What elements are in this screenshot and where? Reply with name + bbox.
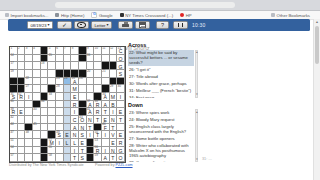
grid-cell[interactable]: 41A (87, 108, 95, 116)
scroll-down-icon[interactable]: ▼ (196, 93, 198, 96)
grid-cell[interactable] (94, 78, 102, 86)
grid-cell[interactable]: 13C (117, 47, 125, 55)
cell-number: 20 (87, 70, 90, 73)
cell-number: 24 (64, 77, 67, 80)
across-header: Across (128, 42, 198, 48)
grid-cell[interactable]: 8 (71, 47, 79, 55)
grid-cell[interactable] (71, 62, 79, 70)
grid-cell[interactable]: R (71, 101, 79, 109)
black-cell (110, 62, 118, 70)
grid-cell[interactable]: N (110, 116, 118, 124)
grid-cell[interactable]: 3 (25, 47, 33, 55)
cell-number: 1 (10, 47, 12, 50)
grid-cell[interactable]: E (79, 139, 87, 147)
clue-item[interactable]: 22: What might be said by successful bet… (128, 50, 194, 66)
grid-cell[interactable] (87, 85, 95, 93)
grid-cell[interactable] (94, 55, 102, 63)
black-cell (41, 139, 49, 147)
crossword-grid: 12345678910111213C141516O1718G192021S222… (9, 46, 126, 163)
grid-cell[interactable] (33, 93, 41, 101)
cell-number: 55 (49, 146, 52, 149)
grid-cell[interactable]: 59 (94, 154, 102, 162)
grid-cell[interactable]: I (71, 108, 79, 116)
grid-cell[interactable] (102, 78, 110, 86)
grid-cell[interactable]: E (18, 108, 26, 116)
grid-cell[interactable] (33, 70, 41, 78)
grid-cell[interactable]: R (117, 139, 125, 147)
clipped-clue-text: 31: … (202, 157, 308, 161)
help-button[interactable]: ? (156, 21, 169, 30)
grid-cell[interactable]: T (79, 147, 87, 155)
grid-cell[interactable] (56, 108, 64, 116)
cell-number: 33 (49, 93, 52, 96)
grid-cell[interactable] (64, 55, 72, 63)
cell-number: 3 (26, 47, 28, 50)
grid-cell[interactable] (64, 93, 72, 101)
grid-cell[interactable]: 38R (94, 101, 102, 109)
black-cell (87, 154, 95, 162)
powered-by-label: Powered by (95, 163, 116, 167)
grid-cell[interactable]: I (71, 147, 79, 155)
grid-cell[interactable] (56, 101, 64, 109)
reveal-button[interactable] (74, 21, 89, 30)
grid-cell[interactable]: S (79, 131, 87, 139)
grid-cell[interactable] (117, 101, 125, 109)
scroll-up-icon[interactable]: ▲ (196, 111, 198, 114)
clue-item[interactable]: 31: Meilleur ___ (French "bestie") (128, 88, 194, 94)
grid-cell[interactable]: A (102, 101, 110, 109)
grid-cell[interactable] (79, 62, 87, 70)
grid-cell[interactable]: 7 (64, 47, 72, 55)
grid-cell[interactable] (110, 55, 118, 63)
black-cell (41, 154, 49, 162)
grid-cell[interactable]: 16 (87, 55, 95, 63)
down-scrollbar[interactable]: ▲ ▼ (195, 109, 199, 162)
grid-cell[interactable]: E (117, 108, 125, 116)
bookmark-label: HP (186, 13, 192, 18)
grid-cell[interactable]: M (110, 93, 118, 101)
grid-cell[interactable] (18, 139, 26, 147)
grid-cell[interactable]: C (71, 116, 79, 124)
across-scrollbar[interactable]: ▲ ▼ (195, 50, 199, 98)
grid-cell[interactable] (41, 85, 49, 93)
grid-cell[interactable]: N (110, 147, 118, 155)
grid-cell[interactable]: N (79, 124, 87, 132)
cell-number: 11 (102, 47, 105, 50)
black-cell (87, 139, 95, 147)
bookmark-item[interactable]: GGoogle (91, 12, 112, 18)
cell-number: 30 (118, 85, 121, 88)
chevron-down-icon: ▾ (106, 23, 108, 27)
grid-cell[interactable] (18, 70, 26, 78)
cell-number: 12 (110, 47, 113, 50)
cell-number: 54 (10, 146, 13, 149)
red-favicon-icon (180, 13, 184, 17)
grid-cell[interactable]: 2 (18, 47, 26, 55)
page-scrollbar[interactable]: ▲ (313, 19, 320, 180)
grid-cell[interactable]: 24 (64, 78, 72, 86)
grid-cell[interactable]: 12 (110, 47, 118, 55)
grid-cell[interactable]: 20 (87, 70, 95, 78)
cell-number: 2 (18, 47, 20, 50)
black-cell (79, 101, 87, 109)
grid-cell[interactable] (117, 124, 125, 132)
cell-letter: T (71, 155, 78, 162)
grid-cell[interactable] (18, 55, 26, 63)
cell-letter: O (117, 155, 124, 162)
black-cell (79, 55, 87, 63)
across-clue-list[interactable]: ▲ ▼ 22: What might be said by successful… (128, 50, 198, 98)
grid-cell[interactable] (48, 101, 56, 109)
cell-number: 19 (10, 70, 13, 73)
puzzle-toolbar: 08/19/23 ▾ ✓ Letter ▾ ? 10:30 (8, 19, 310, 31)
google-favicon-icon: G (91, 12, 97, 18)
grid-cell[interactable]: 11 (102, 47, 110, 55)
browser-window: { "game": "crossword", "title": { "name"… (0, 0, 320, 180)
grid-cell[interactable]: A (71, 124, 79, 132)
grid-cell[interactable]: T (110, 124, 118, 132)
bookmark-items: Import bookmarks...Http (Home)GGoogleNY … (5, 11, 192, 19)
cell-number: 59 (95, 154, 98, 157)
grid-cell[interactable]: O (117, 154, 125, 162)
grid-cell[interactable] (64, 124, 72, 132)
grid-cell[interactable]: 46F (102, 124, 110, 132)
grid-cell[interactable] (41, 108, 49, 116)
grid-cell[interactable] (18, 131, 26, 139)
grid-cell[interactable]: 49S (56, 131, 64, 139)
bookmark-label: Import bookmarks... (11, 13, 49, 18)
cell-number: 40 (33, 108, 36, 111)
letter-label: Letter (94, 23, 105, 28)
grid-cell[interactable]: 29 (110, 85, 118, 93)
cell-number: 9 (87, 47, 89, 50)
grid-cell[interactable]: R (94, 108, 102, 116)
cell-letter: T (110, 155, 117, 162)
grid-cell[interactable]: 36 (41, 101, 49, 109)
grid-cell[interactable]: S (79, 154, 87, 162)
cell-number: 7 (64, 47, 66, 50)
calendar-button[interactable] (135, 21, 150, 30)
down-header: Down (128, 102, 198, 108)
grid-cell[interactable] (41, 131, 49, 139)
cell-number: 48 (26, 131, 29, 134)
cell-number: 22 (26, 77, 29, 80)
browser-top-bar (0, 0, 320, 11)
grid-cell[interactable] (79, 85, 87, 93)
grid-cell[interactable] (56, 55, 64, 63)
grid-cell[interactable] (33, 55, 41, 63)
grid-cell[interactable]: 28 (56, 85, 64, 93)
clue-item[interactable]: 29: Crayon alternative (128, 159, 194, 162)
cell-number: 14 (10, 54, 13, 57)
cell-number: 45 (33, 123, 36, 126)
bookmark-label: Google (99, 13, 113, 18)
grid-cell[interactable] (41, 70, 49, 78)
grid-cell[interactable]: 57 (10, 154, 18, 162)
grid-cell[interactable] (56, 147, 64, 155)
clue-panels: Across ▲ ▼ 22: What might be said by suc… (128, 42, 198, 162)
grid-cell[interactable] (48, 78, 56, 86)
grid-cell[interactable] (102, 139, 110, 147)
plain-favicon-icon (5, 13, 9, 17)
printer-icon (122, 22, 129, 28)
grid-cell[interactable] (87, 78, 95, 86)
clue-item[interactable]: 28: Writer who collaborated with Malcolm… (128, 142, 194, 158)
grid-cell[interactable]: 30 (117, 85, 125, 93)
grid-cell[interactable]: T (102, 108, 110, 116)
clue-item[interactable]: 27: Some bottle openers (128, 135, 194, 141)
pause-icon (178, 23, 183, 28)
grid-cell[interactable]: 33 (48, 93, 56, 101)
cell-number: 28 (56, 85, 59, 88)
grid-cell[interactable]: E (117, 131, 125, 139)
eye-icon (77, 22, 86, 28)
black-cell (10, 78, 18, 86)
grid-cell[interactable]: 19 (10, 70, 18, 78)
grid-cell[interactable]: 21 (102, 70, 110, 78)
other-bookmarks-button[interactable]: Other Bookmarks (271, 11, 310, 19)
grid-cell[interactable]: B (110, 101, 118, 109)
bookmark-item[interactable]: Import bookmarks... (5, 13, 48, 18)
grid-cell[interactable]: I (110, 108, 118, 116)
cell-number: 53 (95, 139, 98, 142)
grid-cell[interactable] (18, 147, 26, 155)
bookmark-label: Http (Home) (61, 13, 84, 18)
grid-cell[interactable]: 48 (25, 131, 33, 139)
grid-cell[interactable]: G (117, 147, 125, 155)
home-favicon-icon (55, 13, 59, 17)
grid-cell[interactable]: E (64, 131, 72, 139)
grid-cell[interactable]: E (71, 93, 79, 101)
check-icon: ✓ (62, 22, 67, 28)
grid-cell[interactable] (18, 116, 26, 124)
cell-number: 36 (41, 100, 44, 103)
grid-cell[interactable]: I (102, 147, 110, 155)
grid-cell[interactable] (64, 101, 72, 109)
cell-letter: A (102, 155, 109, 162)
grid-cell[interactable]: 32R (18, 93, 26, 101)
grid-cell[interactable]: I (117, 93, 125, 101)
grid-cell[interactable] (25, 139, 33, 147)
grid-cell[interactable] (25, 154, 33, 162)
check-button[interactable]: ✓ (57, 21, 72, 30)
grid-cell[interactable] (64, 85, 72, 93)
grid-cell[interactable]: 34A (102, 93, 110, 101)
grid-cell[interactable] (41, 78, 49, 86)
cell-number: 5 (49, 47, 51, 50)
grid-cell[interactable] (94, 70, 102, 78)
cell-number: 4 (33, 47, 35, 50)
cell-number: 10 (95, 47, 98, 50)
cell-number: 57 (10, 154, 13, 157)
grid-cell[interactable] (18, 124, 26, 132)
grid-cell[interactable] (33, 131, 41, 139)
grid-cell[interactable]: L (64, 139, 72, 147)
bookmark-label: NY Times Crossword (...) (125, 13, 173, 18)
grid-cell[interactable] (25, 116, 33, 124)
bookmark-item[interactable]: Http (Home) (55, 13, 84, 18)
grid-cell[interactable]: I (102, 131, 110, 139)
grid-cell[interactable] (18, 154, 26, 162)
cell-number: 26 (79, 77, 82, 80)
grid-cell[interactable]: 15 (48, 55, 56, 63)
scrollbar-thumb[interactable] (315, 26, 319, 64)
grid-cell[interactable] (94, 85, 102, 93)
cell-number: 27 (26, 85, 29, 88)
grid-cell[interactable]: E (110, 139, 118, 147)
grid-cell[interactable]: 45 (33, 124, 41, 132)
clue-item[interactable]: 23: Where spies work (128, 109, 194, 115)
grid-cell[interactable]: 58 (48, 154, 56, 162)
grid-cell[interactable] (64, 108, 72, 116)
cell-number: 15 (49, 54, 52, 57)
nyt-favicon-icon (120, 13, 124, 17)
black-cell (79, 47, 87, 55)
cell-number: 16 (87, 54, 90, 57)
powered-by-credit: Powered by PZZL.com (95, 163, 133, 167)
grid-cell[interactable]: 4 (33, 47, 41, 55)
grid-cell[interactable]: 25A (71, 78, 79, 86)
grid-cell[interactable] (25, 55, 33, 63)
address-bar[interactable] (55, 2, 235, 9)
pause-button[interactable] (173, 21, 188, 30)
other-bookmarks-label: Other Bookmarks (277, 13, 310, 18)
chevron-down-icon: ▾ (47, 23, 49, 27)
grid-cell[interactable] (33, 139, 41, 147)
grid-cell[interactable]: 10 (94, 47, 102, 55)
grid-cell[interactable] (110, 70, 118, 78)
grid-cell[interactable] (33, 62, 41, 70)
grid-cell[interactable] (71, 55, 79, 63)
grid-cell[interactable]: T (87, 124, 95, 132)
grid-cell[interactable] (48, 124, 56, 132)
grid-cell[interactable]: 6 (56, 47, 64, 55)
grid-cell[interactable] (48, 108, 56, 116)
grid-cell[interactable]: T (71, 154, 79, 162)
grid-cell[interactable]: I (87, 131, 95, 139)
black-cell (18, 78, 26, 86)
grid-cell[interactable]: O (117, 55, 125, 63)
bookmark-item[interactable]: NY Times Crossword (...) (120, 13, 173, 18)
grid-cell[interactable] (18, 62, 26, 70)
grid-cell[interactable]: M (71, 85, 79, 93)
grid-cell[interactable]: V (110, 131, 118, 139)
grid-cell[interactable] (18, 101, 26, 109)
grid-cell[interactable] (33, 78, 41, 86)
cell-letter: S (79, 155, 86, 162)
scroll-down-icon[interactable]: ▼ (196, 158, 198, 161)
grid-cell[interactable] (41, 124, 49, 132)
black-cell (41, 147, 49, 155)
pzzl-link[interactable]: PZZL.com (116, 163, 133, 167)
date-value: 08/19/23 (31, 23, 47, 28)
cell-number: 8 (72, 47, 74, 50)
cell-number: 51 (10, 139, 13, 142)
grid-cell[interactable] (56, 93, 64, 101)
grid-cell[interactable]: T (94, 116, 102, 124)
bookmark-item[interactable]: HP (180, 13, 191, 18)
grid-cell[interactable]: L (71, 139, 79, 147)
grid-cell[interactable] (25, 62, 33, 70)
cell-number: 42 (10, 116, 13, 119)
cell-number: 17 (10, 62, 13, 65)
grid-cell[interactable]: A (102, 154, 110, 162)
grid-cell[interactable]: 27 (25, 85, 33, 93)
cell-number: 21 (102, 70, 105, 73)
scroll-up-icon[interactable]: ▲ (314, 20, 320, 24)
grid-cell[interactable] (56, 116, 64, 124)
grid-cell[interactable] (25, 108, 33, 116)
grid-cell[interactable]: T (117, 116, 125, 124)
question-icon: ? (161, 22, 164, 28)
cell-number: 18 (41, 62, 44, 65)
clue-item[interactable]: 30: Words after grace, perhaps (128, 81, 194, 87)
grid-cell[interactable] (64, 116, 72, 124)
cell-number: 6 (56, 47, 58, 50)
grid-cell[interactable]: S (117, 70, 125, 78)
grid-cell[interactable] (33, 154, 41, 162)
scroll-up-icon[interactable]: ▲ (196, 51, 198, 54)
grid-cell[interactable]: N (71, 131, 79, 139)
cell-number: 23 (56, 77, 59, 80)
grid-cell[interactable]: T (110, 154, 118, 162)
cell-number: 58 (49, 154, 52, 157)
grid-cell[interactable] (25, 147, 33, 155)
grid-cell[interactable] (102, 55, 110, 63)
grid-cell[interactable] (48, 62, 56, 70)
grid-cell[interactable] (64, 147, 72, 155)
letter-select[interactable]: Letter ▾ (91, 21, 112, 30)
clue-item[interactable]: 25: English class largely unconcerned wi… (128, 123, 194, 134)
grid-cell[interactable]: 40 (33, 108, 41, 116)
grid-cell[interactable]: 18 (41, 62, 49, 70)
down-clue-list[interactable]: ▲ ▼ 23: Where spies work24: Bloody Mary … (128, 109, 198, 162)
grid-cell[interactable] (48, 116, 56, 124)
grid-cell[interactable] (64, 62, 72, 70)
clue-item[interactable]: 34: Fast pace (128, 95, 194, 98)
calendar-icon (139, 22, 146, 28)
print-button[interactable] (118, 21, 133, 30)
clue-item[interactable]: 26: "I get it" (128, 67, 194, 73)
grid-cell[interactable]: I (25, 93, 33, 101)
grid-cell[interactable] (48, 70, 56, 78)
cell-number: 47 (10, 131, 13, 134)
clue-item[interactable]: 24: Bloody Mary request (128, 116, 194, 122)
grid-cell[interactable] (41, 116, 49, 124)
black-cell (41, 47, 49, 55)
grid-cell[interactable]: G (117, 62, 125, 70)
grid-cell[interactable] (56, 154, 64, 162)
grid-cell[interactable] (33, 85, 41, 93)
grid-cell[interactable] (33, 147, 41, 155)
grid-cell[interactable] (79, 93, 87, 101)
syndicate-credit: Distributed by The New York Times Syndic… (9, 163, 84, 167)
grid-cell[interactable]: 26 (79, 78, 87, 86)
date-select[interactable]: 08/19/23 ▾ (27, 21, 53, 30)
clue-item[interactable]: 27: Title abroad (128, 74, 194, 80)
grid-cell[interactable] (64, 154, 72, 162)
cell-number: 29 (110, 85, 113, 88)
grid-cell[interactable]: I (56, 139, 64, 147)
grid-cell[interactable] (56, 62, 64, 70)
grid-cell[interactable]: 43O (79, 116, 87, 124)
grid-cell[interactable]: N (87, 116, 95, 124)
grid-cell[interactable] (94, 62, 102, 70)
cell-number: 44 (10, 123, 13, 126)
timer-display: 10:30 (192, 22, 206, 28)
grid-cell[interactable] (25, 101, 33, 109)
folder-icon (271, 13, 275, 17)
